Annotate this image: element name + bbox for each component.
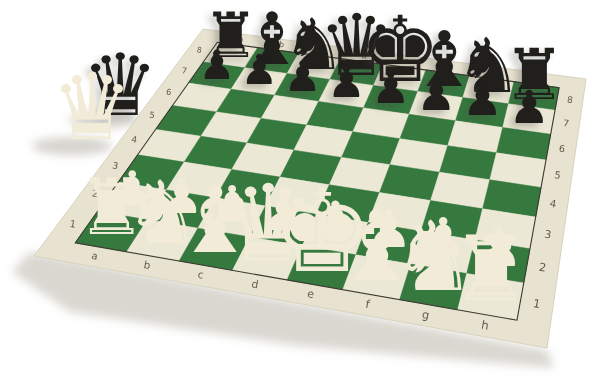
piece-black-pawn-e7: ♟ (371, 67, 410, 111)
piece-white-bishop-c1: ♝ (174, 175, 256, 267)
piece-black-knight-g8: ♞ (455, 29, 523, 105)
piece-black-bishop-f8: ♝ (410, 22, 479, 99)
piece-black-queen-d8: ♛ (319, 3, 395, 88)
piece-black-rook-h8: ♜ (503, 40, 566, 110)
piece-black-pawn-h7: ♟ (509, 84, 550, 130)
piece-white-queen-d1: ♛ (220, 171, 316, 278)
piece-white-pawn-c2: ♟ (210, 180, 254, 229)
piece-white-rook-h1: ♜ (451, 225, 531, 315)
spare-piece-black-queen: ♛ (81, 42, 158, 128)
piece-white-pawn-a2: ♟ (111, 165, 154, 213)
piece-black-rook-a8: ♜ (203, 5, 259, 68)
piece-black-pawn-b7: ♟ (241, 50, 278, 91)
piece-white-bishop-f1: ♝ (334, 199, 421, 296)
piece-black-pawn-g7: ♟ (462, 78, 502, 123)
piece-white-pawn-b2: ♟ (160, 172, 203, 220)
piece-white-pawn-f2: ♟ (365, 203, 412, 255)
piece-white-knight-b1: ♞ (124, 170, 202, 257)
piece-white-pawn-g2: ♟ (419, 211, 467, 264)
piece-black-pawn-a7: ♟ (199, 45, 235, 86)
piece-black-pawn-f7: ♟ (416, 72, 456, 116)
chess-set-product-photo: 88aa77bb66cc55dd44ee33ff22gg11hh ♜♝♞♛♟♚♟… (0, 0, 600, 388)
piece-white-pawn-h2: ♟ (474, 220, 523, 275)
spare-piece-white-queen: ♛ (51, 62, 133, 154)
pieces-layer: ♜♝♞♛♟♚♟♝♟♞♟♜♟♟♛♟♟♛♟♟♟♟♜♟♞♟♝♟♛♟♚♝♞♜ (0, 0, 600, 388)
piece-black-pawn-d7: ♟ (327, 61, 365, 104)
piece-white-king-e1: ♚ (271, 174, 374, 289)
piece-white-knight-g1: ♞ (390, 209, 476, 305)
piece-white-pawn-e2: ♟ (313, 195, 359, 246)
piece-white-rook-a1: ♜ (77, 169, 147, 247)
piece-black-pawn-c7: ♟ (284, 55, 322, 97)
piece-black-bishop-b8: ♝ (240, 3, 305, 75)
piece-black-king-e8: ♚ (359, 4, 441, 95)
piece-black-knight-c8: ♞ (282, 9, 346, 80)
piece-white-pawn-d2: ♟ (261, 187, 306, 237)
